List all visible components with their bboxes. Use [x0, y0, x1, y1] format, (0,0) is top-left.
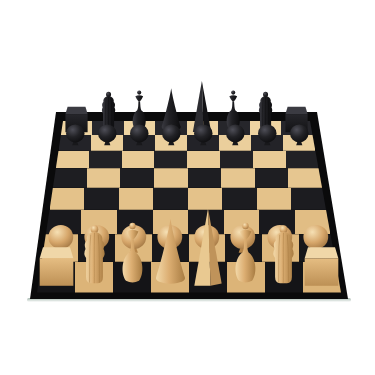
piece-black-pawn-f7: [225, 123, 246, 148]
piece-white-knight-g1: [269, 224, 298, 287]
piece-black-pawn-g7: [257, 123, 278, 148]
chess-set-photo: [0, 0, 375, 375]
piece-white-rook-h1: [301, 246, 342, 287]
piece-white-bishop-f1: [230, 222, 261, 287]
piece-white-queen-d1: [152, 217, 189, 287]
piece-black-pawn-a7: [65, 123, 86, 148]
piece-white-bishop-c1: [117, 222, 148, 287]
piece-black-pawn-c7: [129, 123, 150, 148]
pieces-layer: [0, 0, 375, 375]
piece-white-king-e1: [190, 207, 226, 287]
piece-black-pawn-b7: [97, 123, 118, 148]
piece-black-pawn-e7: [193, 123, 214, 148]
piece-black-pawn-d7: [161, 123, 182, 148]
piece-black-pawn-h7: [289, 123, 310, 148]
piece-white-knight-b1: [80, 224, 109, 287]
piece-white-rook-a1: [36, 246, 77, 287]
